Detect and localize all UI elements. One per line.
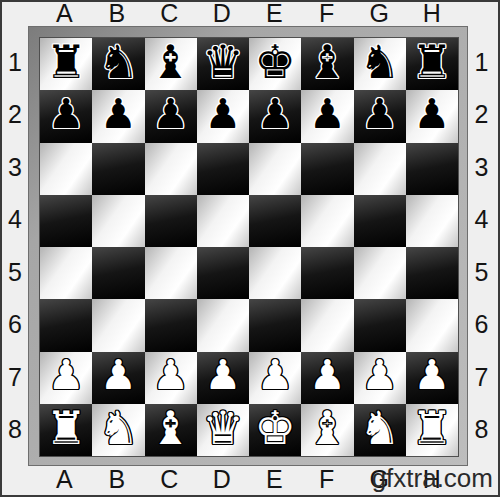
black-knight-icon: ♞ [98, 39, 139, 85]
rank-label-1: 1 [468, 36, 495, 89]
square-a3[interactable] [40, 143, 92, 195]
black-knight-icon: ♞ [359, 39, 400, 85]
black-pawn-icon: ♟ [204, 94, 241, 135]
chess-diagram: ABCDEFGH 12345678 ♜♞♝♛♚♝♞♜♟♟♟♟♟♟♟♟♟♟♟♟♟♟… [0, 0, 500, 497]
square-f2[interactable]: ♟ [301, 90, 353, 142]
file-label-e: E [248, 0, 301, 26]
white-pawn-icon: ♟ [204, 355, 241, 396]
black-bishop-icon: ♝ [307, 39, 348, 85]
square-d6[interactable] [197, 299, 249, 351]
square-h3[interactable] [406, 143, 458, 195]
black-rook-icon: ♜ [411, 39, 452, 85]
square-d3[interactable] [197, 143, 249, 195]
black-rook-icon: ♜ [46, 39, 87, 85]
file-label-f: F [301, 464, 354, 494]
file-labels-top: ABCDEFGH [38, 0, 458, 26]
square-f3[interactable] [301, 143, 353, 195]
rank-label-7: 7 [468, 351, 495, 404]
square-g4[interactable] [354, 195, 406, 247]
square-e1[interactable]: ♚ [249, 38, 301, 90]
square-e4[interactable] [249, 195, 301, 247]
white-rook-icon: ♜ [411, 405, 452, 451]
square-h2[interactable]: ♟ [406, 90, 458, 142]
square-c4[interactable] [145, 195, 197, 247]
square-e6[interactable] [249, 299, 301, 351]
square-g5[interactable] [354, 247, 406, 299]
square-e8[interactable]: ♚ [249, 404, 301, 456]
square-c1[interactable]: ♝ [145, 38, 197, 90]
square-c6[interactable] [145, 299, 197, 351]
square-a5[interactable] [40, 247, 92, 299]
square-a4[interactable] [40, 195, 92, 247]
square-c2[interactable]: ♟ [145, 90, 197, 142]
square-d7[interactable]: ♟ [197, 352, 249, 404]
white-knight-icon: ♞ [98, 405, 139, 451]
file-label-h: H [406, 0, 459, 26]
rank-label-7: 7 [2, 351, 28, 404]
rank-labels-right: 12345678 [468, 36, 495, 456]
black-pawn-icon: ♟ [361, 94, 398, 135]
file-label-b: B [91, 464, 144, 494]
file-label-g: G [353, 0, 406, 26]
black-queen-icon: ♛ [202, 39, 243, 85]
square-e3[interactable] [249, 143, 301, 195]
square-h7[interactable]: ♟ [406, 352, 458, 404]
rank-label-4: 4 [468, 194, 495, 247]
white-pawn-icon: ♟ [152, 355, 189, 396]
black-pawn-icon: ♟ [152, 94, 189, 135]
square-f8[interactable]: ♝ [301, 404, 353, 456]
square-b1[interactable]: ♞ [92, 38, 144, 90]
square-a8[interactable]: ♜ [40, 404, 92, 456]
rank-label-4: 4 [2, 194, 28, 247]
square-e7[interactable]: ♟ [249, 352, 301, 404]
board: ♜♞♝♛♚♝♞♜♟♟♟♟♟♟♟♟♟♟♟♟♟♟♟♟♜♞♝♛♚♝♞♜ [39, 37, 459, 457]
rank-label-6: 6 [2, 299, 28, 352]
black-pawn-icon: ♟ [257, 94, 294, 135]
square-b3[interactable] [92, 143, 144, 195]
white-queen-icon: ♛ [202, 405, 243, 451]
file-label-c: C [143, 0, 196, 26]
square-d2[interactable]: ♟ [197, 90, 249, 142]
white-pawn-icon: ♟ [257, 355, 294, 396]
square-b8[interactable]: ♞ [92, 404, 144, 456]
white-rook-icon: ♜ [46, 405, 87, 451]
board-frame: ♜♞♝♛♚♝♞♜♟♟♟♟♟♟♟♟♟♟♟♟♟♟♟♟♜♞♝♛♚♝♞♜ [28, 26, 468, 466]
file-label-c: C [143, 464, 196, 494]
square-h8[interactable]: ♜ [406, 404, 458, 456]
square-g8[interactable]: ♞ [354, 404, 406, 456]
rank-label-8: 8 [2, 404, 28, 457]
square-b2[interactable]: ♟ [92, 90, 144, 142]
rank-label-2: 2 [468, 89, 495, 142]
rank-label-8: 8 [468, 404, 495, 457]
file-label-d: D [196, 464, 249, 494]
square-d4[interactable] [197, 195, 249, 247]
rank-label-2: 2 [2, 89, 28, 142]
rank-label-3: 3 [468, 141, 495, 194]
file-label-d: D [196, 0, 249, 26]
square-g1[interactable]: ♞ [354, 38, 406, 90]
square-f6[interactable] [301, 299, 353, 351]
rank-label-5: 5 [468, 246, 495, 299]
square-a7[interactable]: ♟ [40, 352, 92, 404]
rank-label-3: 3 [2, 141, 28, 194]
square-h1[interactable]: ♜ [406, 38, 458, 90]
white-pawn-icon: ♟ [413, 355, 450, 396]
black-pawn-icon: ♟ [413, 94, 450, 135]
file-label-a: A [38, 0, 91, 26]
square-g3[interactable] [354, 143, 406, 195]
square-f5[interactable] [301, 247, 353, 299]
square-e5[interactable] [249, 247, 301, 299]
square-c5[interactable] [145, 247, 197, 299]
square-g2[interactable]: ♟ [354, 90, 406, 142]
square-f7[interactable]: ♟ [301, 352, 353, 404]
square-d8[interactable]: ♛ [197, 404, 249, 456]
square-c3[interactable] [145, 143, 197, 195]
square-d1[interactable]: ♛ [197, 38, 249, 90]
square-c8[interactable]: ♝ [145, 404, 197, 456]
black-pawn-icon: ♟ [100, 94, 137, 135]
white-pawn-icon: ♟ [361, 355, 398, 396]
square-a6[interactable] [40, 299, 92, 351]
white-bishop-icon: ♝ [307, 405, 348, 451]
square-b6[interactable] [92, 299, 144, 351]
white-bishop-icon: ♝ [150, 405, 191, 451]
black-bishop-icon: ♝ [150, 39, 191, 85]
square-b4[interactable] [92, 195, 144, 247]
square-h5[interactable] [406, 247, 458, 299]
square-h6[interactable] [406, 299, 458, 351]
square-b7[interactable]: ♟ [92, 352, 144, 404]
square-f4[interactable] [301, 195, 353, 247]
watermark: gfxtra.com [372, 463, 493, 494]
file-label-f: F [301, 0, 354, 26]
file-label-e: E [248, 464, 301, 494]
rank-label-1: 1 [2, 36, 28, 89]
file-label-b: B [91, 0, 144, 26]
black-pawn-icon: ♟ [48, 94, 85, 135]
file-label-a: A [38, 464, 91, 494]
white-pawn-icon: ♟ [100, 355, 137, 396]
rank-labels-left: 12345678 [2, 36, 28, 456]
square-f1[interactable]: ♝ [301, 38, 353, 90]
black-pawn-icon: ♟ [309, 94, 346, 135]
square-g7[interactable]: ♟ [354, 352, 406, 404]
square-a1[interactable]: ♜ [40, 38, 92, 90]
square-c7[interactable]: ♟ [145, 352, 197, 404]
square-h4[interactable] [406, 195, 458, 247]
white-knight-icon: ♞ [359, 405, 400, 451]
white-pawn-icon: ♟ [309, 355, 346, 396]
white-king-icon: ♚ [255, 405, 296, 451]
square-d5[interactable] [197, 247, 249, 299]
rank-label-6: 6 [468, 299, 495, 352]
square-g6[interactable] [354, 299, 406, 351]
rank-label-5: 5 [2, 246, 28, 299]
white-pawn-icon: ♟ [48, 355, 85, 396]
square-e2[interactable]: ♟ [249, 90, 301, 142]
square-a2[interactable]: ♟ [40, 90, 92, 142]
square-b5[interactable] [92, 247, 144, 299]
black-king-icon: ♚ [255, 39, 296, 85]
